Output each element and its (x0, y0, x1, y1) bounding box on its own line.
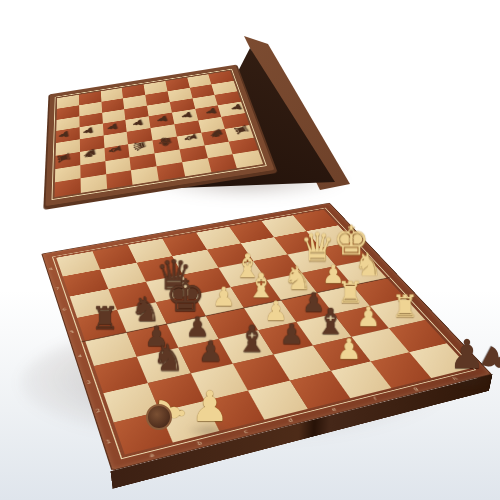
board-frame: ♛♝♛♚♜♞♚♟♝♞♟♞♟♟♟♟♜♞♟♝♟♝♟♜♟ abcdefgh 87654… (41, 203, 492, 471)
rank-label: 5 (69, 329, 74, 334)
file-label: d (287, 417, 294, 423)
file-label: e (330, 406, 337, 412)
open-board: ♛♝♛♚♜♞♚♟♝♞♟♞♟♟♟♟♜♞♟♝♟♝♟♜♟ abcdefgh 87654… (0, 116, 494, 500)
rank-label: 4 (77, 353, 83, 358)
file-label: b (196, 439, 203, 446)
dark-knight[interactable]: ♞ (152, 339, 185, 376)
rank-label: 7 (55, 286, 60, 290)
lying-pawn-felt-base (146, 404, 172, 430)
dark-pawn[interactable]: ♟ (279, 320, 304, 348)
rank-label: 1 (105, 438, 111, 445)
rank-label: 2 (95, 407, 101, 413)
light-rook[interactable]: ♜ (391, 291, 419, 322)
light-pawn[interactable]: ♟ (212, 284, 235, 310)
product-photo-scene: ♟♟♟♟♟♟♟♟ ♜♞♝♛♚♝♞♜ ♛♝♛♚♜♞♚♟♝♞♟♞♟♟♟♟♜♞♟♝♟♝… (0, 0, 500, 500)
light-pawn-standing[interactable]: ♟ (191, 386, 229, 428)
file-label: c (242, 428, 249, 434)
light-pawn[interactable]: ♟ (336, 335, 361, 363)
dark-rook[interactable]: ♜ (91, 303, 119, 334)
file-label: f (372, 396, 378, 402)
rank-label: 3 (86, 379, 92, 385)
light-pawn[interactable]: ♟ (356, 303, 380, 330)
rank-label: 8 (49, 267, 54, 271)
file-label: a (148, 451, 155, 458)
main-board-grid: ♛♝♛♚♜♞♚♟♝♞♟♞♟♟♟♟♜♞♟♝♟♝♟♜♟ (56, 210, 470, 455)
file-label: g (411, 385, 419, 391)
dark-bishop[interactable]: ♝ (235, 320, 268, 357)
open-board-3d: ♛♝♛♚♜♞♚♟♝♞♟♞♟♟♟♟♜♞♟♝♟♝♟♜♟ abcdefgh 87654… (41, 203, 492, 471)
dark-pawn[interactable]: ♟ (198, 337, 224, 366)
rank-label: 6 (62, 307, 67, 312)
